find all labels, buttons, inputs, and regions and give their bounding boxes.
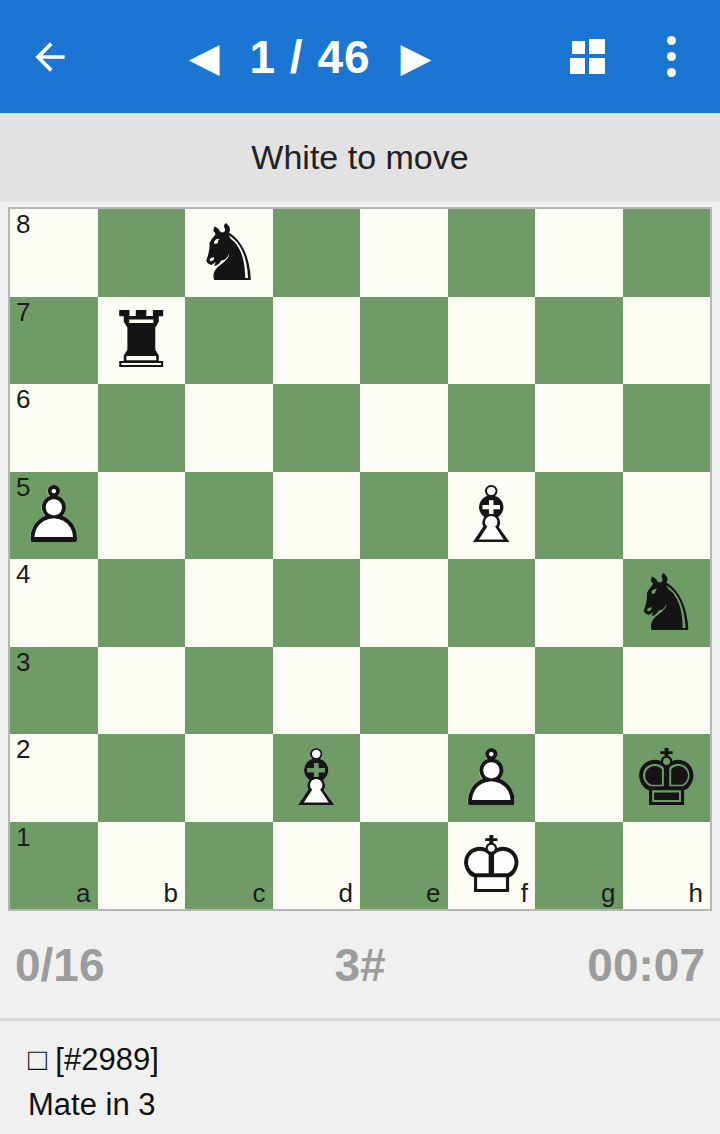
puzzle-caption: □ [#2989] Mate in 3	[0, 1021, 720, 1127]
piece-black-rook-b7[interactable]: ♜	[98, 297, 186, 385]
square-b5[interactable]	[98, 472, 186, 560]
piece-white-pawn-a5[interactable]: ♟♙	[10, 472, 98, 560]
square-h8[interactable]	[623, 209, 711, 297]
prev-puzzle-icon[interactable]: ◀	[185, 33, 224, 81]
file-label-g: g	[601, 879, 615, 909]
square-b2[interactable]	[98, 734, 186, 822]
rank-label-8: 8	[16, 210, 30, 239]
chess-board[interactable]: 8♞7♜65♟♙♝♗4♞32♝♗♟♙♚1abcdef♚♔gh	[8, 207, 712, 911]
square-h2[interactable]: ♚	[623, 734, 711, 822]
rank-label-1: 1	[16, 823, 30, 852]
square-e4[interactable]	[360, 559, 448, 647]
back-button[interactable]	[26, 33, 74, 81]
square-b8[interactable]	[98, 209, 186, 297]
square-f4[interactable]	[448, 559, 536, 647]
square-f8[interactable]	[448, 209, 536, 297]
square-f6[interactable]	[448, 384, 536, 472]
score-counter: 0/16	[15, 938, 245, 992]
puzzle-navigation: ◀ 1 / 46 ▶	[185, 0, 436, 113]
square-g8[interactable]	[535, 209, 623, 297]
square-c5[interactable]	[185, 472, 273, 560]
timer: 00:07	[475, 938, 705, 992]
square-a8[interactable]: 8	[10, 209, 98, 297]
side-to-move-text: White to move	[251, 138, 468, 177]
square-c6[interactable]	[185, 384, 273, 472]
square-g2[interactable]	[535, 734, 623, 822]
square-c7[interactable]	[185, 297, 273, 385]
file-label-c: c	[253, 879, 266, 909]
square-c1[interactable]: c	[185, 822, 273, 910]
square-h5[interactable]	[623, 472, 711, 560]
square-d7[interactable]	[273, 297, 361, 385]
square-g5[interactable]	[535, 472, 623, 560]
square-e2[interactable]	[360, 734, 448, 822]
square-a6[interactable]: 6	[10, 384, 98, 472]
square-f7[interactable]	[448, 297, 536, 385]
square-f1[interactable]: f♚♔	[448, 822, 536, 910]
square-g1[interactable]: g	[535, 822, 623, 910]
square-h4[interactable]: ♞	[623, 559, 711, 647]
square-h1[interactable]: h	[623, 822, 711, 910]
square-a2[interactable]: 2	[10, 734, 98, 822]
square-e3[interactable]	[360, 647, 448, 735]
piece-black-knight-c8[interactable]: ♞	[185, 209, 273, 297]
task-label: 3#	[245, 938, 475, 992]
square-b7[interactable]: ♜	[98, 297, 186, 385]
square-a4[interactable]: 4	[10, 559, 98, 647]
puzzle-grid-icon[interactable]	[570, 39, 605, 74]
overflow-menu-icon[interactable]	[663, 32, 680, 81]
square-h7[interactable]	[623, 297, 711, 385]
square-d4[interactable]	[273, 559, 361, 647]
square-a5[interactable]: 5♟♙	[10, 472, 98, 560]
square-d2[interactable]: ♝♗	[273, 734, 361, 822]
rank-label-2: 2	[16, 735, 30, 764]
file-label-e: e	[426, 879, 440, 909]
next-puzzle-icon[interactable]: ▶	[397, 33, 436, 81]
piece-black-king-h2[interactable]: ♚	[623, 734, 711, 822]
square-a7[interactable]: 7	[10, 297, 98, 385]
square-d1[interactable]: d	[273, 822, 361, 910]
square-c8[interactable]: ♞	[185, 209, 273, 297]
square-d6[interactable]	[273, 384, 361, 472]
square-e8[interactable]	[360, 209, 448, 297]
app-bar: ◀ 1 / 46 ▶	[0, 0, 720, 113]
square-e6[interactable]	[360, 384, 448, 472]
square-b4[interactable]	[98, 559, 186, 647]
side-to-move-banner: White to move	[0, 113, 720, 202]
file-label-d: d	[339, 879, 353, 909]
arrow-left-icon	[28, 35, 72, 79]
square-d5[interactable]	[273, 472, 361, 560]
square-h3[interactable]	[623, 647, 711, 735]
rank-label-4: 4	[16, 560, 30, 589]
square-b6[interactable]	[98, 384, 186, 472]
square-g4[interactable]	[535, 559, 623, 647]
rank-label-3: 3	[16, 648, 30, 677]
square-c4[interactable]	[185, 559, 273, 647]
square-h6[interactable]	[623, 384, 711, 472]
square-a3[interactable]: 3	[10, 647, 98, 735]
file-label-b: b	[164, 879, 178, 909]
puzzle-id: □ [#2989]	[28, 1037, 720, 1082]
square-g7[interactable]	[535, 297, 623, 385]
square-e5[interactable]	[360, 472, 448, 560]
square-a1[interactable]: 1a	[10, 822, 98, 910]
square-c3[interactable]	[185, 647, 273, 735]
rank-label-7: 7	[16, 298, 30, 327]
board-container: 8♞7♜65♟♙♝♗4♞32♝♗♟♙♚1abcdef♚♔gh	[0, 202, 720, 911]
square-b1[interactable]: b	[98, 822, 186, 910]
square-g3[interactable]	[535, 647, 623, 735]
square-e7[interactable]	[360, 297, 448, 385]
piece-black-knight-h4[interactable]: ♞	[623, 559, 711, 647]
square-d8[interactable]	[273, 209, 361, 297]
square-b3[interactable]	[98, 647, 186, 735]
square-e1[interactable]: e	[360, 822, 448, 910]
piece-white-bishop-d2[interactable]: ♝♗	[273, 734, 361, 822]
square-f2[interactable]: ♟♙	[448, 734, 536, 822]
square-g6[interactable]	[535, 384, 623, 472]
square-f5[interactable]: ♝♗	[448, 472, 536, 560]
piece-white-pawn-f2[interactable]: ♟♙	[448, 734, 536, 822]
rank-label-6: 6	[16, 385, 30, 414]
piece-white-bishop-f5[interactable]: ♝♗	[448, 472, 536, 560]
square-d3[interactable]	[273, 647, 361, 735]
file-label-a: a	[76, 879, 90, 909]
file-label-h: h	[689, 879, 703, 909]
puzzle-goal: Mate in 3	[28, 1082, 720, 1127]
square-c2[interactable]	[185, 734, 273, 822]
square-f3[interactable]	[448, 647, 536, 735]
puzzle-counter: 1 / 46	[249, 30, 370, 84]
status-bar: 0/16 3# 00:07	[0, 911, 720, 1018]
piece-white-king-f1[interactable]: ♚♔	[448, 822, 536, 910]
